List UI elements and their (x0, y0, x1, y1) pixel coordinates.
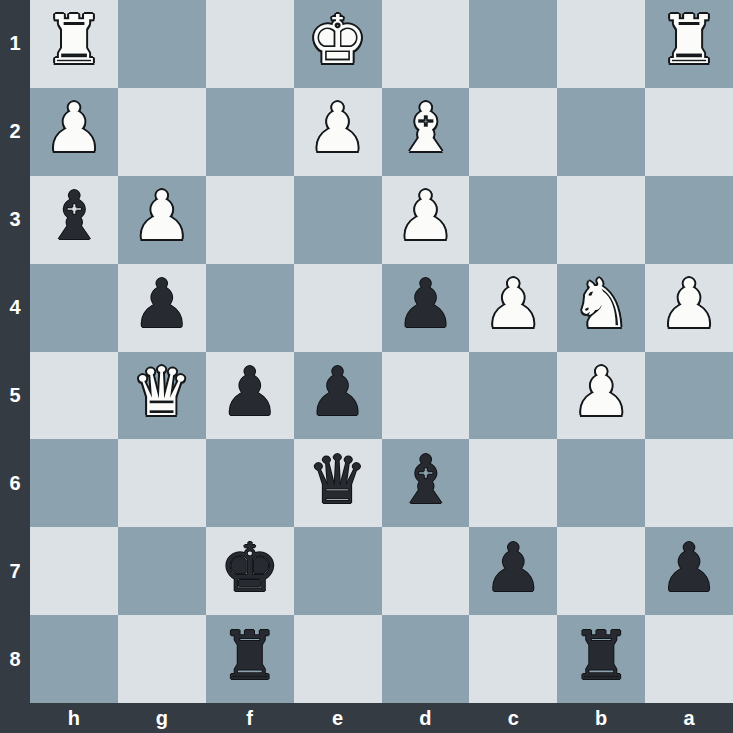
square-f7[interactable]: ♚ (206, 527, 294, 615)
black-pawn-e5[interactable]: ♟ (308, 359, 368, 426)
white-pawn-g3[interactable]: ♟ (132, 183, 192, 250)
rank-label-1: 1 (0, 0, 30, 88)
square-f2[interactable] (206, 88, 294, 176)
file-label-f: f (206, 703, 294, 733)
square-f5[interactable]: ♟ (206, 352, 294, 440)
square-f1[interactable] (206, 0, 294, 88)
rank-labels-column: 12345678 (0, 0, 30, 703)
white-rook-a1[interactable]: ♜ (659, 7, 719, 74)
rank-label-6: 6 (0, 439, 30, 527)
rank-label-8: 8 (0, 615, 30, 703)
square-e1[interactable]: ♚ (294, 0, 382, 88)
white-pawn-a4[interactable]: ♟ (659, 271, 719, 338)
square-a3[interactable] (645, 176, 733, 264)
board: ♜♚♜♟♟♝♝♟♟♟♟♟♞♟♛♟♟♟♛♝♚♟♟♜♜ (30, 0, 733, 703)
square-a1[interactable]: ♜ (645, 0, 733, 88)
square-b6[interactable] (557, 439, 645, 527)
square-d1[interactable] (382, 0, 470, 88)
black-pawn-f5[interactable]: ♟ (220, 359, 280, 426)
rank-label-2: 2 (0, 88, 30, 176)
white-rook-h1[interactable]: ♜ (44, 7, 104, 74)
square-f4[interactable] (206, 264, 294, 352)
file-label-b: b (557, 703, 645, 733)
square-b7[interactable] (557, 527, 645, 615)
rank-label-5: 5 (0, 352, 30, 440)
square-e6[interactable]: ♛ (294, 439, 382, 527)
black-pawn-g4[interactable]: ♟ (132, 271, 192, 338)
square-a8[interactable] (645, 615, 733, 703)
white-pawn-c4[interactable]: ♟ (483, 271, 543, 338)
black-queen-e6[interactable]: ♛ (308, 447, 368, 514)
file-label-g: g (118, 703, 206, 733)
square-c6[interactable] (469, 439, 557, 527)
square-d6[interactable]: ♝ (382, 439, 470, 527)
square-a6[interactable] (645, 439, 733, 527)
square-b2[interactable] (557, 88, 645, 176)
square-e3[interactable] (294, 176, 382, 264)
square-d5[interactable] (382, 352, 470, 440)
square-d3[interactable]: ♟ (382, 176, 470, 264)
square-h6[interactable] (30, 439, 118, 527)
square-c7[interactable]: ♟ (469, 527, 557, 615)
white-pawn-b5[interactable]: ♟ (571, 359, 631, 426)
black-bishop-d6[interactable]: ♝ (395, 447, 455, 514)
square-d2[interactable]: ♝ (382, 88, 470, 176)
square-d7[interactable] (382, 527, 470, 615)
black-king-f7[interactable]: ♚ (220, 535, 280, 602)
square-a4[interactable]: ♟ (645, 264, 733, 352)
chess-board-panel: 12345678 ♜♚♜♟♟♝♝♟♟♟♟♟♞♟♛♟♟♟♛♝♚♟♟♜♜ hgfed… (0, 0, 733, 733)
white-pawn-h2[interactable]: ♟ (44, 95, 104, 162)
square-h4[interactable] (30, 264, 118, 352)
file-label-h: h (30, 703, 118, 733)
square-g4[interactable]: ♟ (118, 264, 206, 352)
square-d4[interactable]: ♟ (382, 264, 470, 352)
black-pawn-c7[interactable]: ♟ (483, 535, 543, 602)
square-c5[interactable] (469, 352, 557, 440)
square-a7[interactable]: ♟ (645, 527, 733, 615)
square-d8[interactable] (382, 615, 470, 703)
square-b5[interactable]: ♟ (557, 352, 645, 440)
white-bishop-d2[interactable]: ♝ (395, 95, 455, 162)
square-f3[interactable] (206, 176, 294, 264)
square-b4[interactable]: ♞ (557, 264, 645, 352)
black-pawn-a7[interactable]: ♟ (659, 535, 719, 602)
rank-label-3: 3 (0, 176, 30, 264)
square-c3[interactable] (469, 176, 557, 264)
square-h1[interactable]: ♜ (30, 0, 118, 88)
square-b1[interactable] (557, 0, 645, 88)
square-a2[interactable] (645, 88, 733, 176)
square-a5[interactable] (645, 352, 733, 440)
square-g7[interactable] (118, 527, 206, 615)
square-e5[interactable]: ♟ (294, 352, 382, 440)
square-b8[interactable]: ♜ (557, 615, 645, 703)
square-g3[interactable]: ♟ (118, 176, 206, 264)
square-c4[interactable]: ♟ (469, 264, 557, 352)
white-pawn-e2[interactable]: ♟ (308, 95, 368, 162)
white-pawn-d3[interactable]: ♟ (395, 183, 455, 250)
file-label-e: e (294, 703, 382, 733)
white-knight-b4[interactable]: ♞ (571, 271, 631, 338)
file-label-a: a (645, 703, 733, 733)
square-e7[interactable] (294, 527, 382, 615)
square-c8[interactable] (469, 615, 557, 703)
square-f6[interactable] (206, 439, 294, 527)
square-f8[interactable]: ♜ (206, 615, 294, 703)
black-pawn-d4[interactable]: ♟ (395, 271, 455, 338)
file-labels-row: hgfedcba (30, 703, 733, 733)
square-b3[interactable] (557, 176, 645, 264)
square-h8[interactable] (30, 615, 118, 703)
black-rook-f8[interactable]: ♜ (220, 623, 280, 690)
square-g1[interactable] (118, 0, 206, 88)
square-h7[interactable] (30, 527, 118, 615)
file-label-d: d (382, 703, 470, 733)
black-bishop-h3[interactable]: ♝ (44, 183, 104, 250)
square-c2[interactable] (469, 88, 557, 176)
frame-corner (0, 703, 30, 733)
square-g5[interactable]: ♛ (118, 352, 206, 440)
square-c1[interactable] (469, 0, 557, 88)
black-rook-b8[interactable]: ♜ (571, 623, 631, 690)
file-label-c: c (469, 703, 557, 733)
square-g2[interactable] (118, 88, 206, 176)
rank-label-7: 7 (0, 527, 30, 615)
square-g8[interactable] (118, 615, 206, 703)
square-h3[interactable]: ♝ (30, 176, 118, 264)
white-king-e1[interactable]: ♚ (308, 7, 368, 74)
square-e2[interactable]: ♟ (294, 88, 382, 176)
square-h2[interactable]: ♟ (30, 88, 118, 176)
white-queen-g5[interactable]: ♛ (132, 359, 192, 426)
square-h5[interactable] (30, 352, 118, 440)
square-e8[interactable] (294, 615, 382, 703)
square-g6[interactable] (118, 439, 206, 527)
square-e4[interactable] (294, 264, 382, 352)
rank-label-4: 4 (0, 264, 30, 352)
